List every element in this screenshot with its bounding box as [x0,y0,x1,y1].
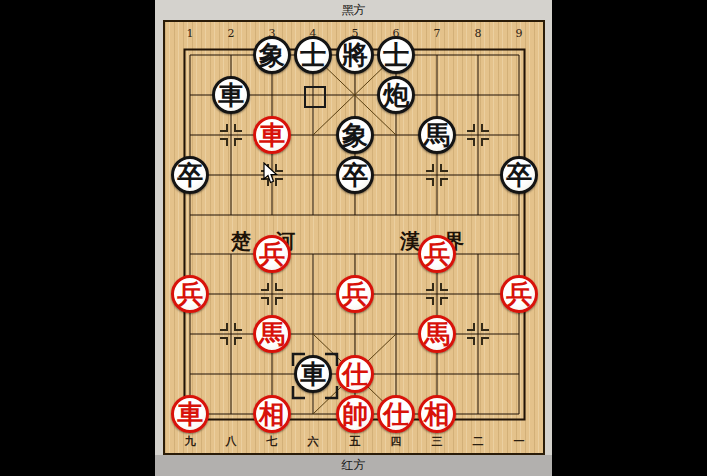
top-coordinate-label: 7 [428,28,446,40]
piece-black-advisor[interactable]: 士 [377,36,415,74]
star-point-marker [220,139,227,146]
star-point-marker [441,164,448,171]
piece-black-elephant[interactable]: 象 [336,116,374,154]
piece-black-advisor[interactable]: 士 [294,36,332,74]
piece-black-cannon[interactable]: 炮 [377,76,415,114]
star-point-marker [276,298,283,305]
app-window: 黑方 123456789 九八七六五四三二一 楚河 漢界 象士將士車炮車象馬卒卒… [155,0,552,476]
top-coordinate-label: 2 [222,28,240,40]
star-point-marker [467,124,474,131]
piece-red-soldier[interactable]: 兵 [418,235,456,273]
star-point-marker [426,283,433,290]
screen: 黑方 123456789 九八七六五四三二一 楚河 漢界 象士將士車炮車象馬卒卒… [0,0,707,476]
top-coordinate-label: 8 [469,28,487,40]
piece-black-soldier[interactable]: 卒 [171,156,209,194]
top-coordinate-label: 1 [181,28,199,40]
star-point-marker [276,283,283,290]
star-point-marker [220,124,227,131]
star-point-marker [482,323,489,330]
piece-black-soldier[interactable]: 卒 [500,156,538,194]
mouse-cursor [263,162,279,186]
piece-red-horse[interactable]: 馬 [253,315,291,353]
star-point-marker [426,179,433,186]
star-point-marker [482,338,489,345]
star-point-marker [426,164,433,171]
bottom-coordinate-label: 八 [222,436,240,448]
star-point-marker [235,323,242,330]
star-point-marker [220,323,227,330]
star-point-marker [441,298,448,305]
red-side-label: 红方 [155,455,552,476]
bottom-coordinate-label: 二 [469,436,487,448]
piece-black-elephant[interactable]: 象 [253,36,291,74]
last-move-origin-marker [304,86,326,108]
star-point-marker [467,323,474,330]
bottom-coordinate-label: 六 [304,436,322,448]
piece-black-general[interactable]: 將 [336,36,374,74]
piece-red-advisor[interactable]: 仕 [336,355,374,393]
piece-black-chariot[interactable]: 車 [212,76,250,114]
xiangqi-board[interactable]: 123456789 九八七六五四三二一 楚河 漢界 象士將士車炮車象馬卒卒卒兵兵… [163,20,545,455]
star-point-marker [235,124,242,131]
piece-red-chariot[interactable]: 車 [253,116,291,154]
star-point-marker [441,283,448,290]
black-side-label: 黑方 [155,0,552,20]
star-point-marker [220,338,227,345]
last-move-destination-marker [290,351,340,401]
bottom-coordinate-label: 七 [263,436,281,448]
star-point-marker [482,139,489,146]
top-coordinate-label: 9 [510,28,528,40]
piece-red-soldier[interactable]: 兵 [336,275,374,313]
star-point-marker [482,124,489,131]
piece-red-elephant[interactable]: 相 [253,395,291,433]
piece-red-soldier[interactable]: 兵 [500,275,538,313]
star-point-marker [467,338,474,345]
star-point-marker [261,283,268,290]
piece-red-soldier[interactable]: 兵 [171,275,209,313]
star-point-marker [441,179,448,186]
star-point-marker [261,298,268,305]
bottom-coordinate-label: 九 [181,436,199,448]
bottom-coordinate-label: 五 [346,436,364,448]
bottom-coordinate-label: 一 [510,436,528,448]
piece-black-horse[interactable]: 馬 [418,116,456,154]
star-point-marker [426,298,433,305]
piece-black-soldier[interactable]: 卒 [336,156,374,194]
piece-red-elephant[interactable]: 相 [418,395,456,433]
bottom-coordinate-label: 四 [387,436,405,448]
star-point-marker [235,139,242,146]
piece-red-chariot[interactable]: 車 [171,395,209,433]
piece-red-soldier[interactable]: 兵 [253,235,291,273]
piece-red-advisor[interactable]: 仕 [377,395,415,433]
star-point-marker [467,139,474,146]
piece-red-horse[interactable]: 馬 [418,315,456,353]
piece-red-general[interactable]: 帥 [336,395,374,433]
star-point-marker [235,338,242,345]
bottom-coordinate-label: 三 [428,436,446,448]
